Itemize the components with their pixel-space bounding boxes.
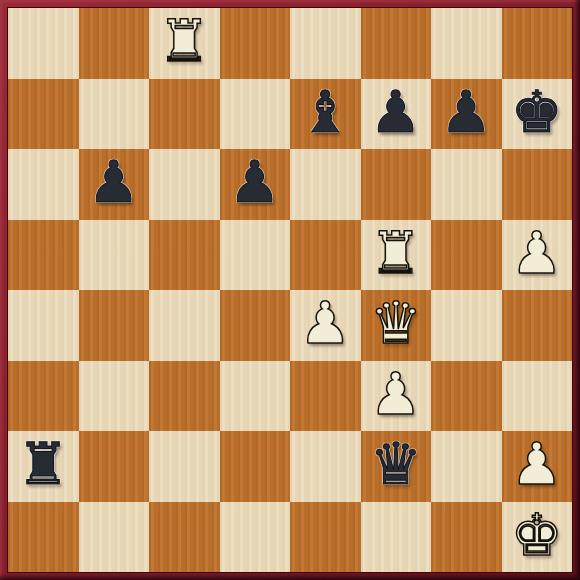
square-f6[interactable] <box>361 149 432 220</box>
square-a7[interactable] <box>8 79 79 150</box>
square-h5[interactable]: ♟ <box>502 220 573 291</box>
square-c3[interactable] <box>149 361 220 432</box>
square-g5[interactable] <box>431 220 502 291</box>
square-d4[interactable] <box>220 290 291 361</box>
square-d5[interactable] <box>220 220 291 291</box>
square-e6[interactable] <box>290 149 361 220</box>
square-e7[interactable]: ♝ <box>290 79 361 150</box>
white-queen-f4[interactable]: ♛ <box>370 294 422 352</box>
black-pawn-f7[interactable]: ♟ <box>370 83 422 141</box>
white-pawn-h2[interactable]: ♟ <box>511 435 563 493</box>
square-c1[interactable] <box>149 502 220 573</box>
square-c2[interactable] <box>149 431 220 502</box>
square-g3[interactable] <box>431 361 502 432</box>
square-h7[interactable]: ♚ <box>502 79 573 150</box>
square-d7[interactable] <box>220 79 291 150</box>
square-b2[interactable] <box>79 431 150 502</box>
square-d3[interactable] <box>220 361 291 432</box>
square-c7[interactable] <box>149 79 220 150</box>
white-pawn-h5[interactable]: ♟ <box>511 224 563 282</box>
chess-board: ♜♝♟♟♚♟♟♜♟♟♛♟♜♛♟♚ <box>8 8 572 572</box>
square-c5[interactable] <box>149 220 220 291</box>
square-a5[interactable] <box>8 220 79 291</box>
white-king-h1[interactable]: ♚ <box>511 506 563 564</box>
square-c4[interactable] <box>149 290 220 361</box>
square-h3[interactable] <box>502 361 573 432</box>
square-g2[interactable] <box>431 431 502 502</box>
square-a8[interactable] <box>8 8 79 79</box>
square-f3[interactable]: ♟ <box>361 361 432 432</box>
square-d1[interactable] <box>220 502 291 573</box>
black-king-h7[interactable]: ♚ <box>511 83 563 141</box>
square-h4[interactable] <box>502 290 573 361</box>
square-f8[interactable] <box>361 8 432 79</box>
square-g8[interactable] <box>431 8 502 79</box>
white-rook-c8[interactable]: ♜ <box>158 12 210 70</box>
square-c8[interactable]: ♜ <box>149 8 220 79</box>
square-g4[interactable] <box>431 290 502 361</box>
square-f5[interactable]: ♜ <box>361 220 432 291</box>
square-h8[interactable] <box>502 8 573 79</box>
square-a3[interactable] <box>8 361 79 432</box>
square-h2[interactable]: ♟ <box>502 431 573 502</box>
square-d6[interactable]: ♟ <box>220 149 291 220</box>
square-b7[interactable] <box>79 79 150 150</box>
square-g7[interactable]: ♟ <box>431 79 502 150</box>
square-f1[interactable] <box>361 502 432 573</box>
square-a4[interactable] <box>8 290 79 361</box>
square-d2[interactable] <box>220 431 291 502</box>
square-a1[interactable] <box>8 502 79 573</box>
square-e1[interactable] <box>290 502 361 573</box>
square-g1[interactable] <box>431 502 502 573</box>
black-rook-a2[interactable]: ♜ <box>17 435 69 493</box>
black-pawn-g7[interactable]: ♟ <box>440 83 492 141</box>
square-b3[interactable] <box>79 361 150 432</box>
board-frame: ♜♝♟♟♚♟♟♜♟♟♛♟♜♛♟♚ <box>0 0 580 580</box>
square-e8[interactable] <box>290 8 361 79</box>
square-f2[interactable]: ♛ <box>361 431 432 502</box>
square-b4[interactable] <box>79 290 150 361</box>
square-e5[interactable] <box>290 220 361 291</box>
square-f4[interactable]: ♛ <box>361 290 432 361</box>
square-h1[interactable]: ♚ <box>502 502 573 573</box>
black-pawn-b6[interactable]: ♟ <box>88 153 140 211</box>
square-f7[interactable]: ♟ <box>361 79 432 150</box>
square-b1[interactable] <box>79 502 150 573</box>
square-e2[interactable] <box>290 431 361 502</box>
square-d8[interactable] <box>220 8 291 79</box>
square-b5[interactable] <box>79 220 150 291</box>
black-bishop-e7[interactable]: ♝ <box>299 83 351 141</box>
white-pawn-e4[interactable]: ♟ <box>299 294 351 352</box>
square-a2[interactable]: ♜ <box>8 431 79 502</box>
square-h6[interactable] <box>502 149 573 220</box>
square-c6[interactable] <box>149 149 220 220</box>
square-a6[interactable] <box>8 149 79 220</box>
white-rook-f5[interactable]: ♜ <box>370 224 422 282</box>
square-b6[interactable]: ♟ <box>79 149 150 220</box>
square-g6[interactable] <box>431 149 502 220</box>
square-e3[interactable] <box>290 361 361 432</box>
black-queen-f2[interactable]: ♛ <box>370 435 422 493</box>
black-pawn-d6[interactable]: ♟ <box>229 153 281 211</box>
square-b8[interactable] <box>79 8 150 79</box>
square-e4[interactable]: ♟ <box>290 290 361 361</box>
white-pawn-f3[interactable]: ♟ <box>370 365 422 423</box>
